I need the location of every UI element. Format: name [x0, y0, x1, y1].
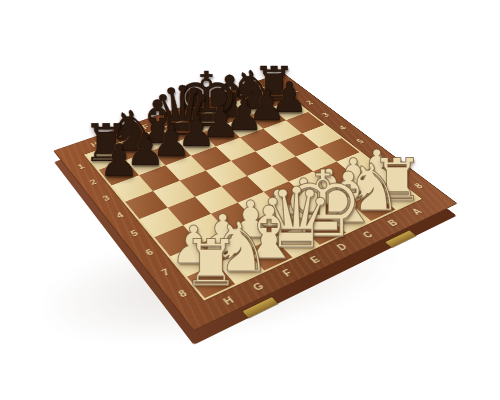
rank-label-right-3: 3 [321, 112, 331, 118]
file-label-bottom-H: H [221, 295, 235, 307]
board-frame: HGFEDCBAHGFEDCBA1234567812345678 [53, 72, 458, 331]
file-label-bottom-C: C [361, 230, 375, 240]
file-label-top-B: B [233, 91, 243, 97]
file-label-bottom-F: F [281, 268, 294, 278]
file-label-top-E: E [165, 115, 175, 122]
file-label-top-G: G [115, 132, 126, 139]
rank-label-left-5: 5 [129, 229, 140, 238]
rank-label-left-1: 1 [76, 163, 85, 170]
rank-label-left-3: 3 [101, 194, 111, 202]
file-label-bottom-B: B [386, 218, 400, 227]
rank-label-right-4: 4 [337, 125, 347, 131]
rank-label-left-8: 8 [176, 288, 188, 299]
file-label-bottom-A: A [410, 207, 424, 216]
rank-label-right-8: 8 [412, 182, 424, 190]
file-label-bottom-G: G [251, 281, 266, 292]
rank-label-left-7: 7 [160, 267, 172, 277]
board-scene: HGFEDCBAHGFEDCBA1234567812345678 [0, 0, 500, 400]
rank-label-right-1: 1 [289, 88, 298, 94]
rank-label-left-2: 2 [88, 178, 98, 186]
rank-label-right-2: 2 [305, 100, 315, 106]
file-label-bottom-D: D [335, 242, 349, 252]
file-label-top-A: A [255, 84, 265, 90]
rank-label-right-6: 6 [373, 152, 384, 159]
rank-label-left-4: 4 [115, 211, 125, 220]
rank-label-left-6: 6 [144, 247, 155, 256]
chess-board: HGFEDCBAHGFEDCBA1234567812345678 [53, 72, 458, 331]
rank-label-right-5: 5 [355, 138, 366, 145]
file-label-top-F: F [141, 123, 151, 130]
rank-label-right-7: 7 [392, 167, 403, 174]
file-label-top-D: D [188, 107, 199, 113]
product-photo: HGFEDCBAHGFEDCBA1234567812345678 ♜♞♝♚♛♝♞… [0, 0, 500, 400]
file-label-bottom-E: E [308, 255, 322, 265]
file-label-top-H: H [89, 141, 100, 148]
file-label-top-C: C [211, 99, 221, 105]
